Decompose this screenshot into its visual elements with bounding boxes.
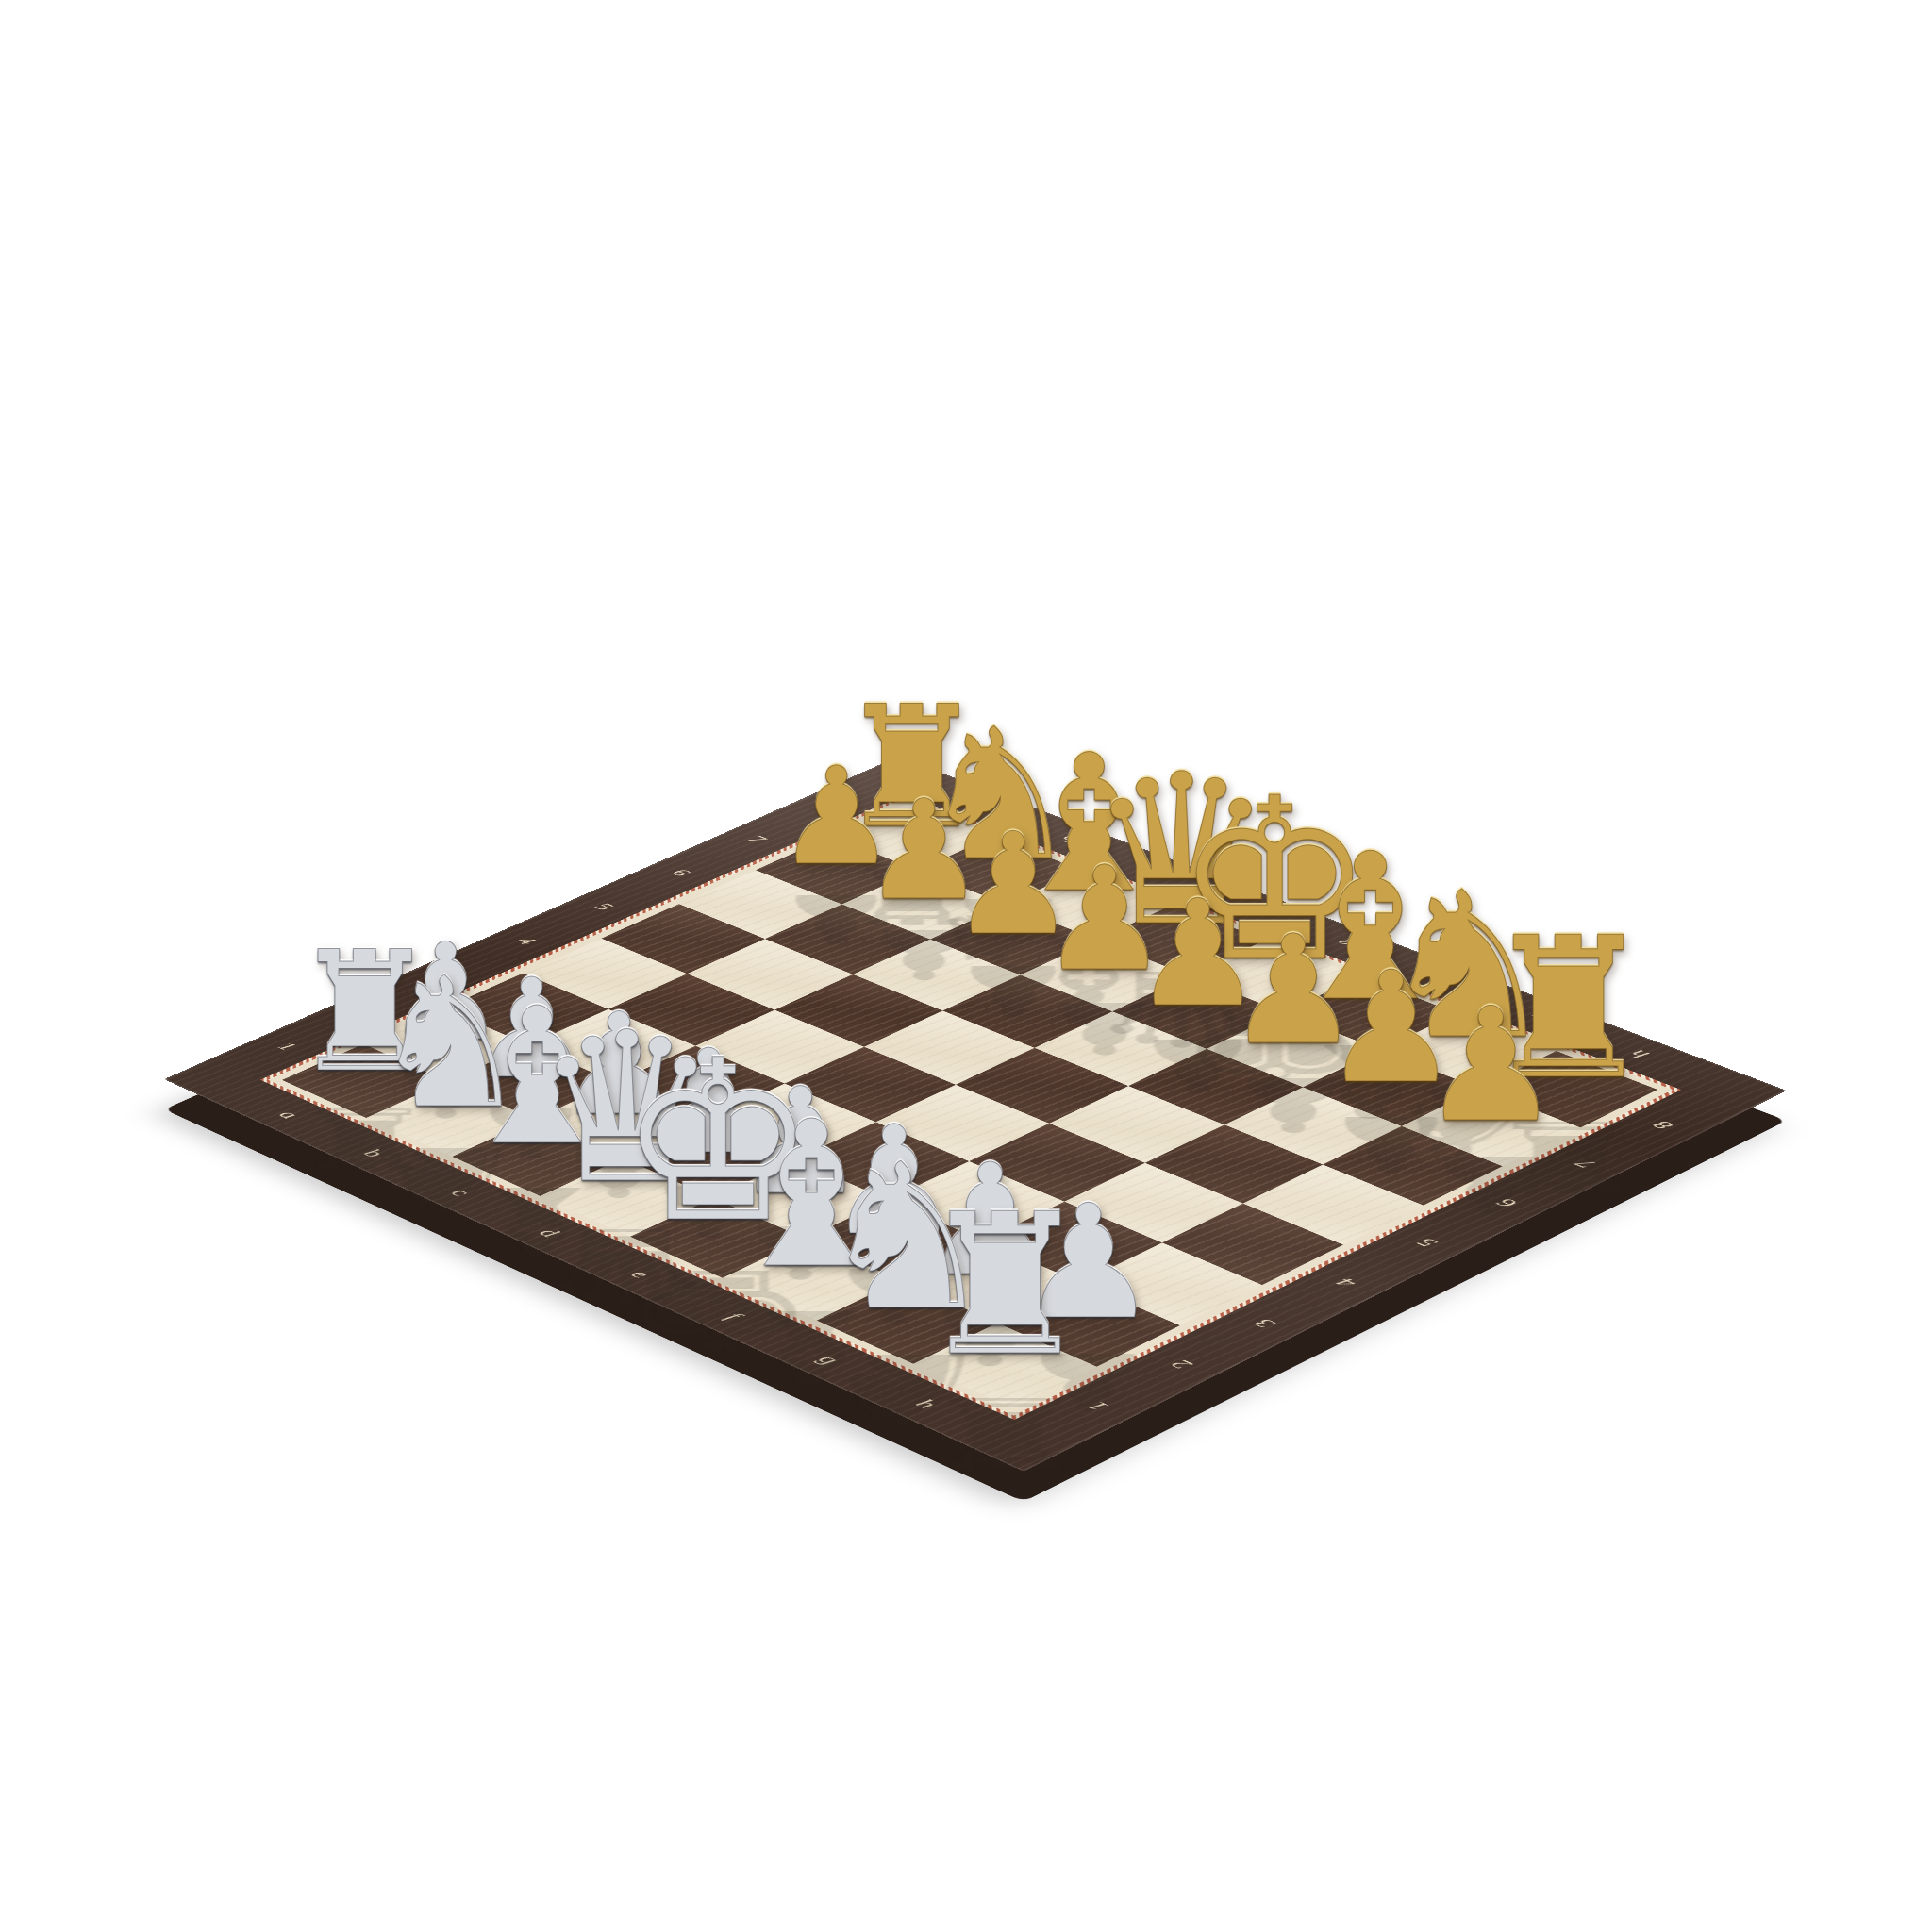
coordinate-label: 1 <box>1082 1399 1112 1413</box>
coordinate-label: 7 <box>744 833 771 844</box>
product-photo-stage: 11aa22bb33cc44dd55ee66ff77gg88hh ♜♜♞♞♝♝♛… <box>0 0 1932 1932</box>
coordinate-label: 7 <box>1571 1158 1600 1171</box>
coordinate-label: 2 <box>1166 1357 1196 1372</box>
piece-white-rook-h1[interactable]: ♜ <box>917 1188 1092 1383</box>
coordinate-label: 6 <box>1491 1196 1521 1209</box>
coordinate-label: g <box>814 1352 844 1366</box>
coordinate-label: 3 <box>1249 1316 1279 1330</box>
coordinate-label: f <box>721 1310 746 1323</box>
coordinate-label: a <box>275 1108 303 1121</box>
coordinate-label: 5 <box>591 901 618 912</box>
coordinate-label: 5 <box>1412 1236 1442 1250</box>
coordinate-label: 6 <box>668 867 694 878</box>
coordinate-label: c <box>447 1186 475 1198</box>
coordinate-label: b <box>359 1146 388 1159</box>
coordinate-label: 4 <box>1331 1275 1361 1290</box>
piece-black-pawn-h7[interactable]: ♟ <box>1421 987 1562 1144</box>
